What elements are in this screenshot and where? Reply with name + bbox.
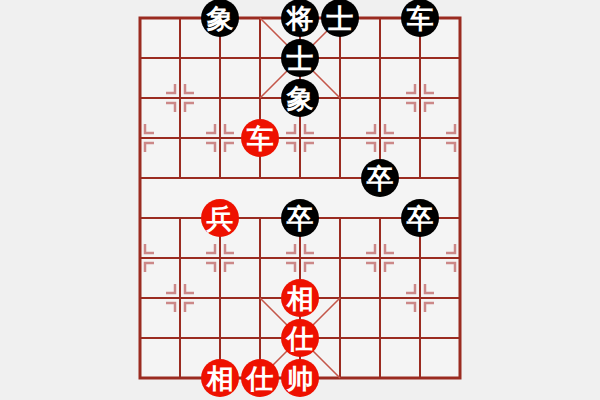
piece-black-elephant[interactable]: 象 xyxy=(281,79,319,117)
piece-black-soldier[interactable]: 卒 xyxy=(281,199,319,237)
piece-black-advisor[interactable]: 士 xyxy=(321,0,359,37)
piece-red-advisor[interactable]: 仕 xyxy=(281,319,319,357)
piece-red-elephant[interactable]: 相 xyxy=(281,279,319,317)
piece-red-chariot[interactable]: 车 xyxy=(241,119,279,157)
piece-black-advisor[interactable]: 士 xyxy=(281,39,319,77)
piece-red-advisor[interactable]: 仕 xyxy=(241,359,279,397)
piece-black-elephant[interactable]: 象 xyxy=(201,0,239,37)
piece-black-chariot[interactable]: 车 xyxy=(401,0,439,37)
piece-red-soldier[interactable]: 兵 xyxy=(201,199,239,237)
piece-black-soldier[interactable]: 卒 xyxy=(401,199,439,237)
piece-black-soldier[interactable]: 卒 xyxy=(361,159,399,197)
piece-black-general[interactable]: 将 xyxy=(281,0,319,37)
xiangqi-diagram: 象将士车士象车卒兵卒卒相仕相仕帅 xyxy=(0,0,600,400)
pieces-layer: 象将士车士象车卒兵卒卒相仕相仕帅 xyxy=(120,0,480,398)
piece-red-king[interactable]: 帅 xyxy=(281,359,319,397)
piece-red-elephant[interactable]: 相 xyxy=(201,359,239,397)
